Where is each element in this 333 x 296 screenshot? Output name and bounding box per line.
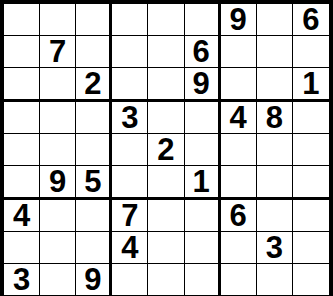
sudoku-cell-r8c9[interactable] [293, 232, 329, 264]
sudoku-cell-r7c5[interactable] [148, 200, 184, 232]
sudoku-cell-r3c4[interactable] [112, 68, 148, 102]
sudoku-cell-r6c3: 5 [76, 166, 112, 200]
sudoku-cell-r8c5[interactable] [148, 232, 184, 264]
sudoku-cell-r1c1[interactable] [4, 4, 40, 36]
sudoku-cell-r5c7[interactable] [221, 134, 257, 166]
sudoku-cell-r6c2: 9 [40, 166, 76, 200]
sudoku-cell-r6c1[interactable] [4, 166, 40, 200]
sudoku-cell-r1c6[interactable] [185, 4, 221, 36]
sudoku-cell-r1c9: 6 [293, 4, 329, 36]
sudoku-cell-r5c1[interactable] [4, 134, 40, 166]
sudoku-cell-r8c2[interactable] [40, 232, 76, 264]
sudoku-cell-r3c9: 1 [293, 68, 329, 102]
sudoku-cell-r7c9[interactable] [293, 200, 329, 232]
sudoku-cell-r7c1: 4 [4, 200, 40, 232]
sudoku-cell-r9c6[interactable] [185, 264, 221, 295]
sudoku-cell-r6c8[interactable] [257, 166, 293, 200]
sudoku-cell-r5c8[interactable] [257, 134, 293, 166]
sudoku-cell-r4c3[interactable] [76, 102, 112, 134]
sudoku-cell-r6c6: 1 [185, 166, 221, 200]
sudoku-cell-r5c6[interactable] [185, 134, 221, 166]
sudoku-cell-r5c5: 2 [148, 134, 184, 166]
sudoku-cell-r9c9[interactable] [293, 264, 329, 295]
sudoku-cell-r7c2[interactable] [40, 200, 76, 232]
sudoku-cell-r8c3[interactable] [76, 232, 112, 264]
sudoku-cell-r6c9[interactable] [293, 166, 329, 200]
sudoku-cell-r7c8[interactable] [257, 200, 293, 232]
sudoku-cell-r4c6[interactable] [185, 102, 221, 134]
sudoku-cell-r5c2[interactable] [40, 134, 76, 166]
sudoku-cell-r3c3: 2 [76, 68, 112, 102]
sudoku-cell-r9c1: 3 [4, 264, 40, 295]
sudoku-cell-r3c8[interactable] [257, 68, 293, 102]
sudoku-cell-r1c8[interactable] [257, 4, 293, 36]
sudoku-cell-r5c3[interactable] [76, 134, 112, 166]
sudoku-cell-r2c6: 6 [185, 36, 221, 68]
sudoku-board: 967629134829514764339 [0, 0, 333, 296]
sudoku-cell-r9c5[interactable] [148, 264, 184, 295]
sudoku-cell-r6c4[interactable] [112, 166, 148, 200]
sudoku-cell-r9c8[interactable] [257, 264, 293, 295]
sudoku-cell-r4c7: 4 [221, 102, 257, 134]
sudoku-cell-r9c4[interactable] [112, 264, 148, 295]
sudoku-cell-r3c2[interactable] [40, 68, 76, 102]
sudoku-cell-r9c2[interactable] [40, 264, 76, 295]
sudoku-cell-r3c5[interactable] [148, 68, 184, 102]
sudoku-cell-r1c7: 9 [221, 4, 257, 36]
sudoku-cell-r2c3[interactable] [76, 36, 112, 68]
sudoku-cell-r9c7[interactable] [221, 264, 257, 295]
sudoku-cell-r3c6: 9 [185, 68, 221, 102]
sudoku-cell-r2c5[interactable] [148, 36, 184, 68]
sudoku-cell-r1c3[interactable] [76, 4, 112, 36]
sudoku-cell-r9c3: 9 [76, 264, 112, 295]
sudoku-cell-r2c7[interactable] [221, 36, 257, 68]
sudoku-cell-r5c9[interactable] [293, 134, 329, 166]
sudoku-cell-r8c4: 4 [112, 232, 148, 264]
sudoku-cell-r2c1[interactable] [4, 36, 40, 68]
sudoku-cell-r6c7[interactable] [221, 166, 257, 200]
sudoku-cell-r1c5[interactable] [148, 4, 184, 36]
sudoku-cell-r4c5[interactable] [148, 102, 184, 134]
sudoku-cell-r3c7[interactable] [221, 68, 257, 102]
sudoku-cell-r8c8: 3 [257, 232, 293, 264]
sudoku-cell-r8c1[interactable] [4, 232, 40, 264]
sudoku-cell-r2c9[interactable] [293, 36, 329, 68]
sudoku-cell-r1c4[interactable] [112, 4, 148, 36]
sudoku-cell-r2c8[interactable] [257, 36, 293, 68]
sudoku-cell-r4c4: 3 [112, 102, 148, 134]
sudoku-cell-r3c1[interactable] [4, 68, 40, 102]
sudoku-cell-r7c4: 7 [112, 200, 148, 232]
sudoku-cell-r8c6[interactable] [185, 232, 221, 264]
sudoku-cell-r4c8: 8 [257, 102, 293, 134]
sudoku-cell-r8c7[interactable] [221, 232, 257, 264]
sudoku-cell-r2c2: 7 [40, 36, 76, 68]
sudoku-cell-r6c5[interactable] [148, 166, 184, 200]
sudoku-cell-r4c9[interactable] [293, 102, 329, 134]
sudoku-cell-r7c6[interactable] [185, 200, 221, 232]
sudoku-cell-r5c4[interactable] [112, 134, 148, 166]
sudoku-cell-r7c3[interactable] [76, 200, 112, 232]
sudoku-cell-r7c7: 6 [221, 200, 257, 232]
sudoku-cell-r4c2[interactable] [40, 102, 76, 134]
sudoku-cell-r2c4[interactable] [112, 36, 148, 68]
sudoku-cell-r1c2[interactable] [40, 4, 76, 36]
sudoku-cell-r4c1[interactable] [4, 102, 40, 134]
